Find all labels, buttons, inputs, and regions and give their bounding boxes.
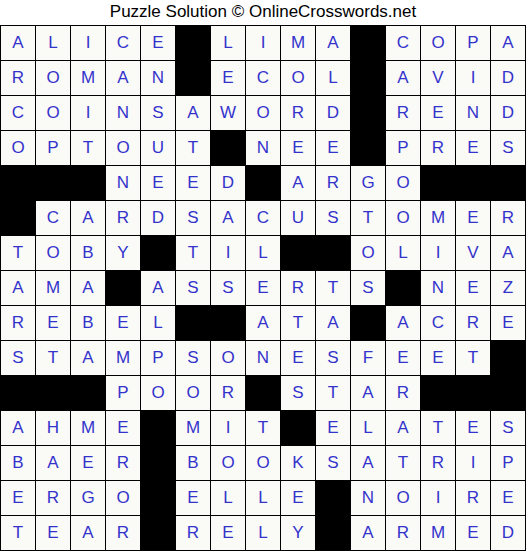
block-cell bbox=[351, 61, 386, 96]
letter-cell: O bbox=[281, 61, 316, 96]
letter-cell: U bbox=[141, 131, 176, 166]
page-title: Puzzle Solution © OnlineCrosswords.net bbox=[0, 0, 526, 25]
letter-cell: P bbox=[491, 446, 526, 481]
letter-cell: M bbox=[106, 341, 141, 376]
letter-cell: A bbox=[386, 306, 421, 341]
letter-cell: B bbox=[71, 306, 106, 341]
letter-cell: A bbox=[211, 201, 246, 236]
letter-cell: N bbox=[421, 271, 456, 306]
letter-cell: S bbox=[281, 376, 316, 411]
letter-cell: N bbox=[456, 96, 491, 131]
letter-cell: B bbox=[176, 446, 211, 481]
letter-cell: S bbox=[176, 201, 211, 236]
letter-cell: V bbox=[456, 236, 491, 271]
letter-cell: B bbox=[1, 446, 36, 481]
letter-cell: E bbox=[36, 306, 71, 341]
block-cell bbox=[176, 61, 211, 96]
letter-cell: I bbox=[246, 26, 281, 61]
letter-cell: M bbox=[281, 26, 316, 61]
letter-cell: E bbox=[176, 166, 211, 201]
letter-cell: D bbox=[211, 166, 246, 201]
letter-cell: A bbox=[281, 166, 316, 201]
letter-cell: P bbox=[456, 26, 491, 61]
letter-cell: H bbox=[36, 411, 71, 446]
letter-cell: S bbox=[1, 341, 36, 376]
letter-cell: T bbox=[1, 516, 36, 551]
block-cell bbox=[1, 376, 36, 411]
letter-cell: O bbox=[421, 26, 456, 61]
letter-cell: D bbox=[491, 61, 526, 96]
letter-cell: R bbox=[1, 306, 36, 341]
letter-cell: P bbox=[386, 131, 421, 166]
block-cell bbox=[386, 271, 421, 306]
block-cell bbox=[141, 446, 176, 481]
letter-cell: R bbox=[421, 131, 456, 166]
letter-cell: B bbox=[71, 236, 106, 271]
block-cell bbox=[491, 341, 526, 376]
letter-cell: T bbox=[316, 376, 351, 411]
letter-cell: C bbox=[36, 201, 71, 236]
block-cell bbox=[141, 411, 176, 446]
letter-cell: S bbox=[491, 411, 526, 446]
letter-cell: O bbox=[211, 341, 246, 376]
letter-cell: R bbox=[456, 306, 491, 341]
letter-cell: R bbox=[211, 376, 246, 411]
letter-cell: O bbox=[386, 481, 421, 516]
letter-cell: L bbox=[386, 236, 421, 271]
letter-cell: T bbox=[456, 341, 491, 376]
letter-cell: O bbox=[246, 96, 281, 131]
letter-cell: A bbox=[141, 271, 176, 306]
letter-cell: E bbox=[211, 516, 246, 551]
block-cell bbox=[316, 236, 351, 271]
letter-cell: T bbox=[176, 236, 211, 271]
block-cell bbox=[281, 236, 316, 271]
letter-cell: A bbox=[36, 446, 71, 481]
block-cell bbox=[246, 166, 281, 201]
block-cell bbox=[71, 166, 106, 201]
letter-cell: P bbox=[106, 376, 141, 411]
letter-cell: E bbox=[456, 516, 491, 551]
block-cell bbox=[176, 306, 211, 341]
block-cell bbox=[1, 166, 36, 201]
letter-cell: I bbox=[71, 96, 106, 131]
block-cell bbox=[1, 201, 36, 236]
letter-cell: E bbox=[386, 341, 421, 376]
letter-cell: L bbox=[246, 516, 281, 551]
letter-cell: E bbox=[281, 131, 316, 166]
letter-cell: E bbox=[106, 306, 141, 341]
letter-cell: C bbox=[421, 306, 456, 341]
letter-cell: E bbox=[246, 271, 281, 306]
letter-cell: O bbox=[36, 236, 71, 271]
letter-cell: T bbox=[176, 131, 211, 166]
letter-cell: L bbox=[351, 411, 386, 446]
letter-cell: M bbox=[36, 271, 71, 306]
letter-cell: A bbox=[1, 271, 36, 306]
letter-cell: T bbox=[316, 271, 351, 306]
letter-cell: R bbox=[106, 446, 141, 481]
letter-cell: E bbox=[421, 341, 456, 376]
letter-cell: I bbox=[456, 61, 491, 96]
letter-cell: U bbox=[281, 201, 316, 236]
letter-cell: Z bbox=[491, 271, 526, 306]
letter-cell: I bbox=[421, 481, 456, 516]
block-cell bbox=[491, 376, 526, 411]
letter-cell: R bbox=[456, 481, 491, 516]
letter-cell: C bbox=[386, 26, 421, 61]
letter-cell: O bbox=[211, 446, 246, 481]
letter-cell: D bbox=[491, 516, 526, 551]
letter-cell: N bbox=[106, 166, 141, 201]
letter-cell: A bbox=[491, 26, 526, 61]
letter-cell: E bbox=[421, 96, 456, 131]
letter-cell: E bbox=[36, 516, 71, 551]
letter-cell: L bbox=[211, 26, 246, 61]
letter-cell: M bbox=[71, 411, 106, 446]
letter-cell: E bbox=[316, 411, 351, 446]
letter-cell: E bbox=[141, 26, 176, 61]
letter-cell: E bbox=[456, 411, 491, 446]
letter-cell: D bbox=[491, 96, 526, 131]
letter-cell: A bbox=[71, 271, 106, 306]
letter-cell: A bbox=[351, 376, 386, 411]
letter-cell: C bbox=[246, 201, 281, 236]
letter-cell: K bbox=[281, 446, 316, 481]
letter-cell: V bbox=[421, 61, 456, 96]
letter-cell: R bbox=[386, 96, 421, 131]
block-cell bbox=[316, 481, 351, 516]
letter-cell: O bbox=[106, 481, 141, 516]
block-cell bbox=[141, 516, 176, 551]
letter-cell: F bbox=[351, 341, 386, 376]
letter-cell: R bbox=[176, 516, 211, 551]
block-cell bbox=[141, 481, 176, 516]
letter-cell: E bbox=[316, 131, 351, 166]
block-cell bbox=[351, 96, 386, 131]
letter-cell: Y bbox=[281, 516, 316, 551]
letter-cell: E bbox=[281, 341, 316, 376]
letter-cell: L bbox=[316, 61, 351, 96]
letter-cell: O bbox=[36, 96, 71, 131]
letter-cell: A bbox=[71, 201, 106, 236]
crossword-grid: ALICELIMACOPAROMANECOLAVIDCOINSAWORDREND… bbox=[0, 25, 526, 551]
letter-cell: A bbox=[71, 341, 106, 376]
letter-cell: S bbox=[176, 341, 211, 376]
letter-cell: T bbox=[281, 306, 316, 341]
letter-cell: S bbox=[141, 96, 176, 131]
letter-cell: R bbox=[1, 61, 36, 96]
letter-cell: E bbox=[491, 481, 526, 516]
letter-cell: C bbox=[1, 96, 36, 131]
letter-cell: P bbox=[36, 131, 71, 166]
letter-cell: T bbox=[1, 236, 36, 271]
letter-cell: N bbox=[106, 96, 141, 131]
letter-cell: E bbox=[281, 481, 316, 516]
letter-cell: A bbox=[351, 446, 386, 481]
block-cell bbox=[176, 26, 211, 61]
letter-cell: N bbox=[246, 131, 281, 166]
letter-cell: R bbox=[281, 271, 316, 306]
letter-cell: O bbox=[351, 236, 386, 271]
letter-cell: R bbox=[316, 166, 351, 201]
letter-cell: O bbox=[106, 131, 141, 166]
block-cell bbox=[211, 131, 246, 166]
letter-cell: S bbox=[316, 201, 351, 236]
letter-cell: Y bbox=[106, 236, 141, 271]
block-cell bbox=[351, 131, 386, 166]
letter-cell: N bbox=[246, 341, 281, 376]
letter-cell: E bbox=[1, 481, 36, 516]
letter-cell: I bbox=[71, 26, 106, 61]
letter-cell: T bbox=[246, 411, 281, 446]
letter-cell: T bbox=[71, 131, 106, 166]
letter-cell: L bbox=[211, 481, 246, 516]
letter-cell: W bbox=[211, 96, 246, 131]
letter-cell: R bbox=[36, 481, 71, 516]
letter-cell: O bbox=[176, 376, 211, 411]
letter-cell: L bbox=[36, 26, 71, 61]
letter-cell: L bbox=[246, 481, 281, 516]
letter-cell: C bbox=[106, 26, 141, 61]
letter-cell: S bbox=[491, 131, 526, 166]
letter-cell: M bbox=[176, 411, 211, 446]
letter-cell: S bbox=[316, 341, 351, 376]
block-cell bbox=[71, 376, 106, 411]
block-cell bbox=[351, 306, 386, 341]
letter-cell: S bbox=[176, 271, 211, 306]
block-cell bbox=[141, 236, 176, 271]
letter-cell: A bbox=[316, 26, 351, 61]
letter-cell: D bbox=[141, 201, 176, 236]
letter-cell: D bbox=[316, 96, 351, 131]
letter-cell: E bbox=[141, 166, 176, 201]
letter-cell: E bbox=[456, 271, 491, 306]
letter-cell: E bbox=[211, 61, 246, 96]
letter-cell: M bbox=[421, 516, 456, 551]
block-cell bbox=[281, 411, 316, 446]
block-cell bbox=[491, 166, 526, 201]
block-cell bbox=[421, 376, 456, 411]
block-cell bbox=[456, 166, 491, 201]
block-cell bbox=[211, 306, 246, 341]
block-cell bbox=[421, 166, 456, 201]
block-cell bbox=[106, 271, 141, 306]
letter-cell: O bbox=[1, 131, 36, 166]
letter-cell: T bbox=[36, 341, 71, 376]
block-cell bbox=[246, 376, 281, 411]
letter-cell: E bbox=[456, 131, 491, 166]
letter-cell: M bbox=[71, 61, 106, 96]
letter-cell: A bbox=[491, 236, 526, 271]
letter-cell: A bbox=[386, 411, 421, 446]
letter-cell: A bbox=[106, 61, 141, 96]
letter-cell: R bbox=[281, 96, 316, 131]
letter-cell: R bbox=[421, 446, 456, 481]
letter-cell: R bbox=[386, 376, 421, 411]
letter-cell: I bbox=[421, 236, 456, 271]
letter-cell: R bbox=[491, 201, 526, 236]
block-cell bbox=[456, 376, 491, 411]
letter-cell: O bbox=[141, 376, 176, 411]
letter-cell: A bbox=[316, 306, 351, 341]
letter-cell: M bbox=[421, 201, 456, 236]
letter-cell: A bbox=[1, 26, 36, 61]
letter-cell: P bbox=[141, 341, 176, 376]
letter-cell: I bbox=[211, 236, 246, 271]
block-cell bbox=[316, 516, 351, 551]
letter-cell: R bbox=[106, 516, 141, 551]
letter-cell: R bbox=[386, 516, 421, 551]
letter-cell: N bbox=[141, 61, 176, 96]
block-cell bbox=[36, 166, 71, 201]
letter-cell: G bbox=[71, 481, 106, 516]
letter-cell: E bbox=[71, 446, 106, 481]
letter-cell: A bbox=[1, 411, 36, 446]
letter-cell: A bbox=[71, 516, 106, 551]
letter-cell: G bbox=[351, 166, 386, 201]
letter-cell: A bbox=[351, 516, 386, 551]
letter-cell: R bbox=[106, 201, 141, 236]
letter-cell: I bbox=[211, 411, 246, 446]
letter-cell: S bbox=[211, 271, 246, 306]
letter-cell: O bbox=[386, 201, 421, 236]
block-cell bbox=[351, 26, 386, 61]
letter-cell: S bbox=[351, 271, 386, 306]
letter-cell: T bbox=[421, 411, 456, 446]
letter-cell: N bbox=[351, 481, 386, 516]
letter-cell: E bbox=[176, 481, 211, 516]
block-cell bbox=[36, 376, 71, 411]
letter-cell: T bbox=[386, 446, 421, 481]
letter-cell: S bbox=[316, 446, 351, 481]
letter-cell: O bbox=[386, 166, 421, 201]
letter-cell: L bbox=[246, 236, 281, 271]
letter-cell: A bbox=[246, 306, 281, 341]
letter-cell: I bbox=[456, 446, 491, 481]
letter-cell: E bbox=[491, 306, 526, 341]
letter-cell: A bbox=[176, 96, 211, 131]
letter-cell: C bbox=[246, 61, 281, 96]
letter-cell: L bbox=[141, 306, 176, 341]
letter-cell: O bbox=[36, 61, 71, 96]
letter-cell: E bbox=[456, 201, 491, 236]
letter-cell: E bbox=[106, 411, 141, 446]
letter-cell: A bbox=[386, 61, 421, 96]
letter-cell: T bbox=[351, 201, 386, 236]
letter-cell: O bbox=[246, 446, 281, 481]
